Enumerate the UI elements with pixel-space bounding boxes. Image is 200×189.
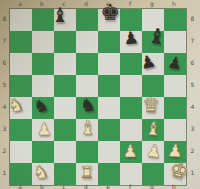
square-c2[interactable] xyxy=(54,141,76,163)
square-e7[interactable] xyxy=(98,31,120,53)
file-label-h: h xyxy=(169,184,179,189)
square-a7[interactable] xyxy=(10,31,32,53)
square-c5[interactable] xyxy=(54,75,76,97)
square-e3[interactable] xyxy=(98,119,120,141)
piece-black-bishop-g7[interactable]: ♝ xyxy=(146,25,167,48)
piece-white-rook-d1[interactable]: ♜ xyxy=(80,165,94,181)
square-c1[interactable] xyxy=(54,163,76,185)
piece-black-pawn-h6[interactable]: ♟ xyxy=(167,54,184,72)
rank-label-7: 7 xyxy=(0,38,9,44)
square-h3[interactable] xyxy=(164,119,186,141)
file-label-a: a xyxy=(15,184,25,189)
chess-board-photo: abcdefgh 87654321 ♝♚♟♝♟♟♞♞♞♟♝♞♜♛♝♟♟♟♚ 87… xyxy=(0,0,200,189)
square-e6[interactable] xyxy=(98,53,120,75)
square-d8[interactable] xyxy=(76,9,98,31)
square-f1[interactable] xyxy=(120,163,142,185)
square-h4[interactable] xyxy=(164,97,186,119)
square-b6[interactable] xyxy=(32,53,54,75)
file-labels-bottom: abcdefgh xyxy=(9,183,187,189)
square-c6[interactable] xyxy=(54,53,76,75)
file-label-a: a xyxy=(15,1,25,7)
piece-black-knight-d4[interactable]: ♞ xyxy=(79,95,97,115)
file-label-f: f xyxy=(125,184,135,189)
square-e4[interactable] xyxy=(98,97,120,119)
rank-label-5: 5 xyxy=(0,82,9,88)
file-label-d: d xyxy=(81,1,91,7)
piece-black-pawn-f7[interactable]: ♟ xyxy=(123,29,140,48)
square-f3[interactable] xyxy=(120,119,142,141)
rank-labels-right: 87654321 xyxy=(188,8,197,184)
square-a2[interactable] xyxy=(10,141,32,163)
rank-label-2: 2 xyxy=(0,148,9,154)
square-a1[interactable] xyxy=(10,163,32,185)
square-e2[interactable] xyxy=(98,141,120,163)
file-label-e: e xyxy=(103,184,113,189)
rank-label-3: 3 xyxy=(188,126,197,132)
square-d2[interactable] xyxy=(76,141,98,163)
square-h5[interactable] xyxy=(164,75,186,97)
rank-label-1: 1 xyxy=(0,170,9,176)
rank-label-6: 6 xyxy=(188,60,197,66)
square-c3[interactable] xyxy=(54,119,76,141)
square-h7[interactable] xyxy=(164,31,186,53)
file-label-h: h xyxy=(169,1,179,7)
piece-black-king-e8[interactable]: ♚ xyxy=(100,2,120,24)
square-e5[interactable] xyxy=(98,75,120,97)
piece-black-bishop-c8[interactable]: ♝ xyxy=(51,5,69,25)
square-f5[interactable] xyxy=(120,75,142,97)
square-f4[interactable] xyxy=(120,97,142,119)
square-b7[interactable] xyxy=(32,31,54,53)
file-label-f: f xyxy=(125,1,135,7)
piece-white-pawn-f2[interactable]: ♟ xyxy=(122,143,137,160)
rank-label-7: 7 xyxy=(188,38,197,44)
file-label-d: d xyxy=(81,184,91,189)
file-labels-top: abcdefgh xyxy=(9,0,187,8)
piece-white-pawn-g2[interactable]: ♟ xyxy=(145,142,163,161)
file-label-g: g xyxy=(147,184,157,189)
piece-white-bishop-g3[interactable]: ♝ xyxy=(144,119,162,138)
rank-label-4: 4 xyxy=(188,104,197,110)
piece-white-pawn-b3[interactable]: ♟ xyxy=(36,121,51,138)
rank-label-6: 6 xyxy=(0,60,9,66)
square-g1[interactable] xyxy=(142,163,164,185)
square-e1[interactable] xyxy=(98,163,120,185)
square-c4[interactable] xyxy=(54,97,76,119)
rank-label-5: 5 xyxy=(188,82,197,88)
piece-white-queen-g4[interactable]: ♛ xyxy=(142,95,160,115)
file-label-g: g xyxy=(147,1,157,7)
square-d7[interactable] xyxy=(76,31,98,53)
rank-label-8: 8 xyxy=(0,16,9,22)
rank-label-8: 8 xyxy=(188,16,197,22)
piece-white-bishop-d3[interactable]: ♝ xyxy=(79,118,96,137)
square-c7[interactable] xyxy=(54,31,76,53)
rank-label-2: 2 xyxy=(188,148,197,154)
piece-white-knight-b1[interactable]: ♞ xyxy=(32,162,50,182)
file-label-b: b xyxy=(37,1,47,7)
square-a3[interactable] xyxy=(10,119,32,141)
rank-label-3: 3 xyxy=(0,126,9,132)
square-d6[interactable] xyxy=(76,53,98,75)
board[interactable]: ♝♚♟♝♟♟♞♞♞♟♝♞♜♛♝♟♟♟♚ xyxy=(9,8,187,186)
piece-white-knight-a4[interactable]: ♞ xyxy=(6,95,25,116)
rank-label-1: 1 xyxy=(188,170,197,176)
square-a6[interactable] xyxy=(10,53,32,75)
file-label-b: b xyxy=(37,184,47,189)
file-label-c: c xyxy=(59,184,69,189)
square-a8[interactable] xyxy=(10,9,32,31)
